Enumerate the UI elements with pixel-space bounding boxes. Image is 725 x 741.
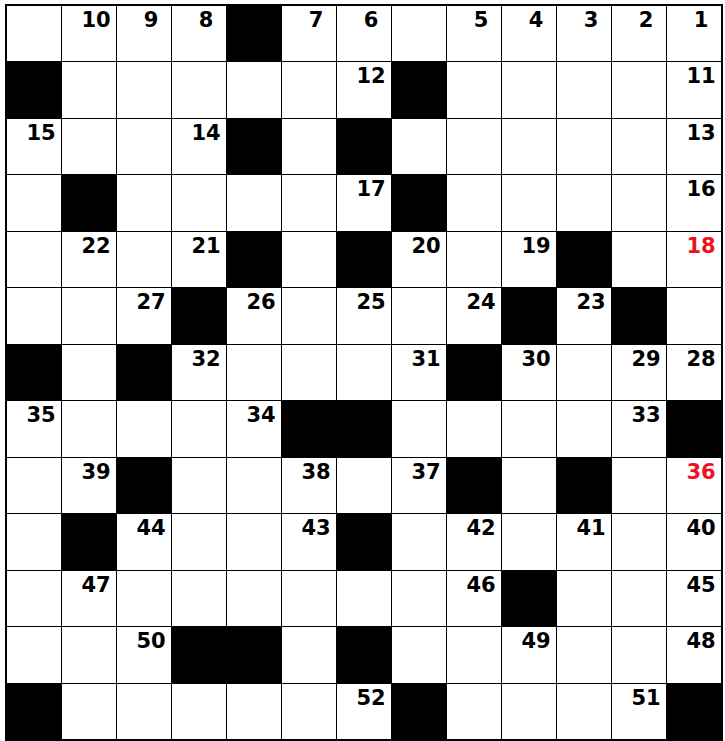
cell-r7c0[interactable]: 35 (7, 401, 61, 456)
cell-r1c4[interactable] (227, 62, 281, 117)
clue-number: 4 (509, 7, 556, 33)
blocked-cell-r8c10 (557, 458, 611, 513)
cell-r11c1[interactable] (62, 627, 116, 682)
cell-r0c2[interactable]: 9 (117, 6, 171, 61)
cell-r2c12[interactable]: 13 (667, 119, 721, 174)
cell-r10c2[interactable] (117, 571, 171, 626)
cell-r3c5[interactable] (282, 175, 336, 230)
cell-r11c9[interactable]: 49 (502, 627, 556, 682)
cell-r3c2[interactable] (117, 175, 171, 230)
cell-r5c8[interactable]: 24 (447, 288, 501, 343)
cell-r1c12[interactable]: 11 (667, 62, 721, 117)
cell-r2c11[interactable] (612, 119, 666, 174)
cell-r0c0[interactable] (7, 6, 61, 61)
cell-r12c6[interactable]: 52 (337, 684, 391, 739)
cell-r5c5[interactable] (282, 288, 336, 343)
cell-r7c8[interactable] (447, 401, 501, 456)
clue-number: 30 (509, 346, 556, 372)
cell-r12c4[interactable] (227, 684, 281, 739)
cell-r7c4[interactable]: 34 (227, 401, 281, 456)
cell-r10c1[interactable]: 47 (62, 571, 116, 626)
blocked-cell-r3c1 (62, 175, 116, 230)
cell-r10c10[interactable] (557, 571, 611, 626)
cell-r9c3[interactable] (172, 514, 226, 569)
cell-r8c11[interactable] (612, 458, 666, 513)
clue-number: 48 (674, 628, 721, 654)
blocked-cell-r8c2 (117, 458, 171, 513)
cell-r0c3[interactable]: 8 (172, 6, 226, 61)
cell-r5c7[interactable] (392, 288, 446, 343)
cell-r6c6[interactable] (337, 345, 391, 400)
blocked-cell-r7c12 (667, 401, 721, 456)
cell-r7c9[interactable] (502, 401, 556, 456)
clue-number: 35 (14, 402, 61, 428)
cell-r8c1[interactable]: 39 (62, 458, 116, 513)
cell-r3c3[interactable] (172, 175, 226, 230)
cell-r12c11[interactable]: 51 (612, 684, 666, 739)
cell-r1c8[interactable] (447, 62, 501, 117)
cell-r9c2[interactable]: 44 (117, 514, 171, 569)
cell-r9c7[interactable] (392, 514, 446, 569)
cell-r2c10[interactable] (557, 119, 611, 174)
blocked-cell-r10c9 (502, 571, 556, 626)
clue-number: 47 (69, 572, 116, 598)
cell-r1c5[interactable] (282, 62, 336, 117)
clue-number: 17 (344, 176, 391, 202)
blocked-cell-r0c4 (227, 6, 281, 61)
cell-r2c1[interactable] (62, 119, 116, 174)
cell-r3c11[interactable] (612, 175, 666, 230)
cell-r0c6[interactable]: 6 (337, 6, 391, 61)
cell-r10c11[interactable] (612, 571, 666, 626)
cell-r7c1[interactable] (62, 401, 116, 456)
cell-r1c6[interactable]: 12 (337, 62, 391, 117)
blocked-cell-r11c3 (172, 627, 226, 682)
cell-r11c11[interactable] (612, 627, 666, 682)
cell-r4c7[interactable]: 20 (392, 232, 446, 287)
cell-r4c5[interactable] (282, 232, 336, 287)
clue-number: 29 (619, 346, 666, 372)
clue-number: 1 (674, 7, 721, 33)
cell-r6c4[interactable] (227, 345, 281, 400)
cell-r5c2[interactable]: 27 (117, 288, 171, 343)
cell-r11c10[interactable] (557, 627, 611, 682)
cell-r1c9[interactable] (502, 62, 556, 117)
cell-r8c9[interactable] (502, 458, 556, 513)
cell-r3c0[interactable] (7, 175, 61, 230)
cell-r0c12[interactable]: 1 (667, 6, 721, 61)
cell-r2c2[interactable] (117, 119, 171, 174)
cell-r12c9[interactable] (502, 684, 556, 739)
cell-r12c10[interactable] (557, 684, 611, 739)
blocked-cell-r6c8 (447, 345, 501, 400)
clue-number: 52 (344, 685, 391, 711)
clue-number: 44 (124, 515, 171, 541)
cell-r1c1[interactable] (62, 62, 116, 117)
cell-r1c3[interactable] (172, 62, 226, 117)
clue-number: 28 (674, 346, 721, 372)
blocked-cell-r2c4 (227, 119, 281, 174)
clue-number: 26 (234, 289, 281, 315)
cell-r6c12[interactable]: 28 (667, 345, 721, 400)
clue-number: 12 (344, 63, 391, 89)
cell-r0c1[interactable]: 10 (62, 6, 116, 61)
clue-number: 7 (289, 7, 336, 33)
cell-r9c0[interactable] (7, 514, 61, 569)
blocked-cell-r2c6 (337, 119, 391, 174)
cell-r0c11[interactable]: 2 (612, 6, 666, 61)
clue-number: 36 (674, 459, 721, 485)
clue-number: 27 (124, 289, 171, 315)
cell-r4c9[interactable]: 19 (502, 232, 556, 287)
cell-r8c5[interactable]: 38 (282, 458, 336, 513)
cell-r12c8[interactable] (447, 684, 501, 739)
clue-number: 38 (289, 459, 336, 485)
cell-r12c1[interactable] (62, 684, 116, 739)
clue-number: 40 (674, 515, 721, 541)
cell-r4c12[interactable]: 18 (667, 232, 721, 287)
clue-number: 13 (674, 120, 721, 146)
blocked-cell-r7c5 (282, 401, 336, 456)
clue-number: 10 (69, 7, 116, 33)
cell-r10c6[interactable] (337, 571, 391, 626)
cell-r10c4[interactable] (227, 571, 281, 626)
cell-r3c9[interactable] (502, 175, 556, 230)
cell-r8c12[interactable]: 36 (667, 458, 721, 513)
cell-r6c3[interactable]: 32 (172, 345, 226, 400)
clue-number: 49 (509, 628, 556, 654)
cell-r7c11[interactable]: 33 (612, 401, 666, 456)
clue-number: 42 (454, 515, 501, 541)
cell-r5c4[interactable]: 26 (227, 288, 281, 343)
blocked-cell-r11c6 (337, 627, 391, 682)
cell-r0c7[interactable] (392, 6, 446, 61)
cell-r11c7[interactable] (392, 627, 446, 682)
clue-number: 19 (509, 233, 556, 259)
clue-number: 23 (564, 289, 611, 315)
blocked-cell-r5c9 (502, 288, 556, 343)
cell-r7c10[interactable] (557, 401, 611, 456)
clue-number: 8 (179, 7, 226, 33)
clue-number: 6 (344, 7, 391, 33)
cell-r9c8[interactable]: 42 (447, 514, 501, 569)
cell-r7c7[interactable] (392, 401, 446, 456)
cell-r10c7[interactable] (392, 571, 446, 626)
clue-number: 33 (619, 402, 666, 428)
clue-number: 50 (124, 628, 171, 654)
cell-r4c2[interactable] (117, 232, 171, 287)
cell-r1c10[interactable] (557, 62, 611, 117)
cell-r12c2[interactable] (117, 684, 171, 739)
clue-number: 14 (179, 120, 226, 146)
clue-number: 46 (454, 572, 501, 598)
cell-r8c6[interactable] (337, 458, 391, 513)
cell-r8c4[interactable] (227, 458, 281, 513)
cell-r6c7[interactable]: 31 (392, 345, 446, 400)
cell-r10c8[interactable]: 46 (447, 571, 501, 626)
clue-number: 20 (399, 233, 446, 259)
cell-r1c2[interactable] (117, 62, 171, 117)
clue-number: 37 (399, 459, 446, 485)
cell-r4c0[interactable] (7, 232, 61, 287)
blocked-cell-r5c11 (612, 288, 666, 343)
cell-r8c3[interactable] (172, 458, 226, 513)
cell-r4c8[interactable] (447, 232, 501, 287)
clue-number: 18 (674, 233, 721, 259)
clue-number: 5 (454, 7, 501, 33)
clue-number: 15 (14, 120, 61, 146)
clue-number: 22 (69, 233, 116, 259)
cell-r8c7[interactable]: 37 (392, 458, 446, 513)
cell-r11c8[interactable] (447, 627, 501, 682)
blocked-cell-r4c6 (337, 232, 391, 287)
cell-r7c3[interactable] (172, 401, 226, 456)
cell-r2c9[interactable] (502, 119, 556, 174)
blocked-cell-r9c6 (337, 514, 391, 569)
clue-number: 45 (674, 572, 721, 598)
clue-number: 39 (69, 459, 116, 485)
clue-number: 9 (124, 7, 171, 33)
cell-r7c2[interactable] (117, 401, 171, 456)
cell-r11c0[interactable] (7, 627, 61, 682)
crossword-board: 1098765432112111514131716222120191827262… (5, 4, 723, 741)
cell-r2c8[interactable] (447, 119, 501, 174)
cell-r6c1[interactable] (62, 345, 116, 400)
cell-r11c12[interactable]: 48 (667, 627, 721, 682)
cell-r3c4[interactable] (227, 175, 281, 230)
clue-number: 3 (564, 7, 611, 33)
blocked-cell-r12c12 (667, 684, 721, 739)
blocked-cell-r4c4 (227, 232, 281, 287)
cell-r6c11[interactable]: 29 (612, 345, 666, 400)
clue-number: 11 (674, 63, 721, 89)
clue-number: 21 (179, 233, 226, 259)
cell-r4c11[interactable] (612, 232, 666, 287)
cell-r9c12[interactable]: 40 (667, 514, 721, 569)
clue-number: 24 (454, 289, 501, 315)
cell-r11c5[interactable] (282, 627, 336, 682)
cell-r2c3[interactable]: 14 (172, 119, 226, 174)
cell-r5c0[interactable] (7, 288, 61, 343)
clue-number: 51 (619, 685, 666, 711)
cell-r1c11[interactable] (612, 62, 666, 117)
cell-r9c11[interactable] (612, 514, 666, 569)
cell-r0c8[interactable]: 5 (447, 6, 501, 61)
cell-r3c6[interactable]: 17 (337, 175, 391, 230)
blocked-cell-r7c6 (337, 401, 391, 456)
blocked-cell-r4c10 (557, 232, 611, 287)
cell-r6c10[interactable] (557, 345, 611, 400)
clue-number: 32 (179, 346, 226, 372)
cell-r10c0[interactable] (7, 571, 61, 626)
cell-r2c0[interactable]: 15 (7, 119, 61, 174)
cell-r9c4[interactable] (227, 514, 281, 569)
cell-r8c0[interactable] (7, 458, 61, 513)
cell-r12c5[interactable] (282, 684, 336, 739)
clue-number: 34 (234, 402, 281, 428)
cell-r0c9[interactable]: 4 (502, 6, 556, 61)
blocked-cell-r6c2 (117, 345, 171, 400)
cell-r4c1[interactable]: 22 (62, 232, 116, 287)
clue-number: 31 (399, 346, 446, 372)
clue-number: 41 (564, 515, 611, 541)
cell-r9c9[interactable] (502, 514, 556, 569)
cell-r9c10[interactable]: 41 (557, 514, 611, 569)
cell-r10c5[interactable] (282, 571, 336, 626)
cell-r2c5[interactable] (282, 119, 336, 174)
cell-r4c3[interactable]: 21 (172, 232, 226, 287)
cell-r5c10[interactable]: 23 (557, 288, 611, 343)
cell-r3c12[interactable]: 16 (667, 175, 721, 230)
clue-number: 25 (344, 289, 391, 315)
cell-r6c9[interactable]: 30 (502, 345, 556, 400)
blocked-cell-r9c1 (62, 514, 116, 569)
cell-r6c5[interactable] (282, 345, 336, 400)
cell-r3c10[interactable] (557, 175, 611, 230)
cell-r10c3[interactable] (172, 571, 226, 626)
cell-r0c5[interactable]: 7 (282, 6, 336, 61)
blocked-cell-r1c0 (7, 62, 61, 117)
clue-number: 2 (619, 7, 666, 33)
cell-r3c8[interactable] (447, 175, 501, 230)
cell-r0c10[interactable]: 3 (557, 6, 611, 61)
cell-r11c2[interactable]: 50 (117, 627, 171, 682)
clue-number: 16 (674, 176, 721, 202)
cell-r5c12[interactable] (667, 288, 721, 343)
blocked-cell-r3c7 (392, 175, 446, 230)
blocked-cell-r6c0 (7, 345, 61, 400)
blocked-cell-r1c7 (392, 62, 446, 117)
clue-number: 43 (289, 515, 336, 541)
blocked-cell-r8c8 (447, 458, 501, 513)
cell-r5c6[interactable]: 25 (337, 288, 391, 343)
blocked-cell-r11c4 (227, 627, 281, 682)
blocked-cell-r5c3 (172, 288, 226, 343)
blocked-cell-r12c0 (7, 684, 61, 739)
cell-r10c12[interactable]: 45 (667, 571, 721, 626)
cell-r12c3[interactable] (172, 684, 226, 739)
cell-r5c1[interactable] (62, 288, 116, 343)
cell-r9c5[interactable]: 43 (282, 514, 336, 569)
blocked-cell-r12c7 (392, 684, 446, 739)
cell-r2c7[interactable] (392, 119, 446, 174)
